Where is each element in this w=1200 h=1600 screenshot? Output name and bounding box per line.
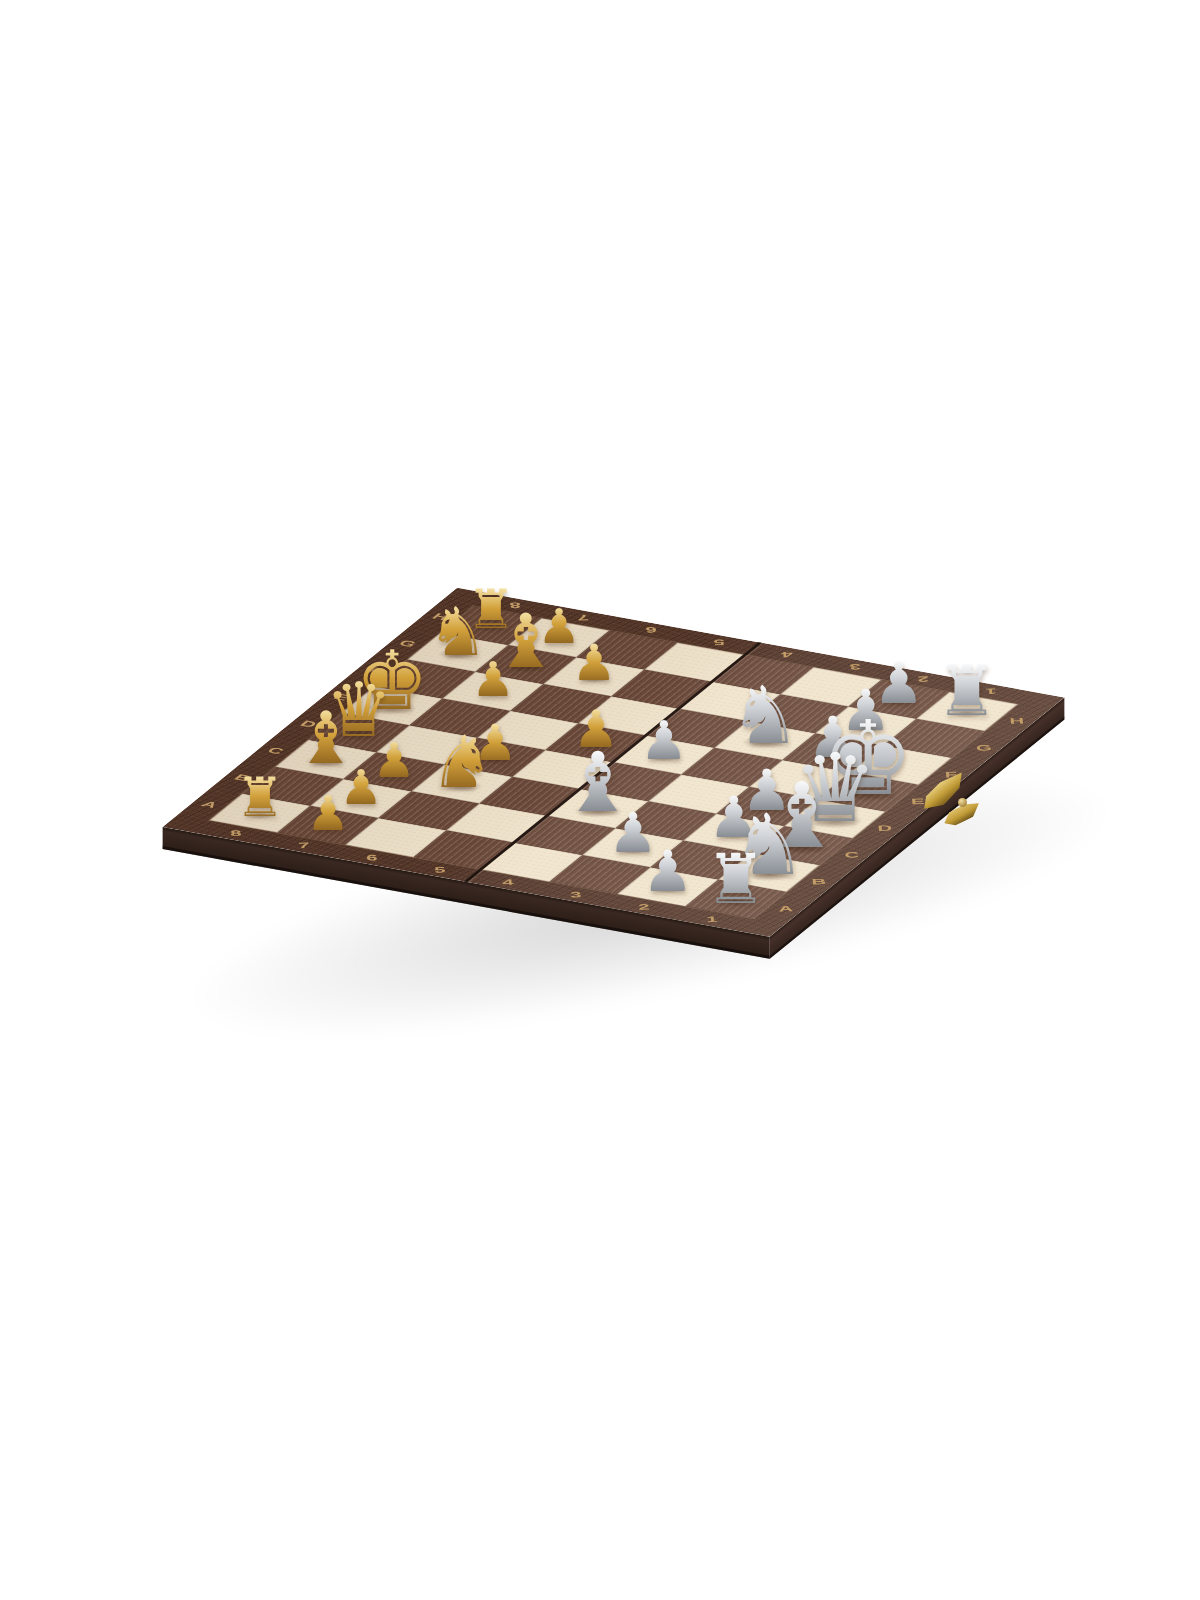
file-label-d: D: [268, 711, 351, 736]
file-label-b: B: [202, 765, 285, 790]
file-label-c: C: [813, 847, 890, 862]
rank-label-8: 8: [496, 591, 534, 621]
file-label-c: C: [235, 738, 318, 763]
file-label-h: H: [978, 713, 1055, 728]
file-label-e: E: [301, 684, 384, 709]
rank-label-2: 2: [625, 891, 663, 921]
clasp-pin: [958, 798, 967, 807]
rank-label-4: 4: [489, 867, 527, 897]
product-photo: ABCDEFGH ABCDEFGH 87654321 87654321 ♜♝♛♚…: [0, 0, 1200, 1600]
rank-label-4: 4: [768, 640, 806, 670]
rank-label-6: 6: [353, 842, 391, 872]
rank-label-1: 1: [972, 677, 1010, 707]
file-label-g: G: [945, 740, 1022, 755]
rank-label-3: 3: [836, 652, 874, 682]
file-label-a: A: [747, 900, 824, 915]
rank-label-5: 5: [700, 628, 738, 658]
file-label-h: H: [400, 604, 483, 629]
rank-label-3: 3: [557, 879, 595, 909]
rank-label-6: 6: [632, 615, 670, 645]
rank-label-8: 8: [217, 818, 255, 848]
rank-label-7: 7: [564, 603, 602, 633]
rank-label-1: 1: [693, 904, 731, 934]
file-label-g: G: [367, 631, 450, 656]
rank-label-7: 7: [285, 830, 323, 860]
rank-label-5: 5: [421, 854, 459, 884]
file-label-b: B: [780, 874, 857, 889]
brass-clasp-icon: [908, 776, 1000, 850]
file-label-f: F: [334, 658, 417, 683]
file-label-a: A: [169, 792, 252, 817]
rank-label-2: 2: [904, 664, 942, 694]
